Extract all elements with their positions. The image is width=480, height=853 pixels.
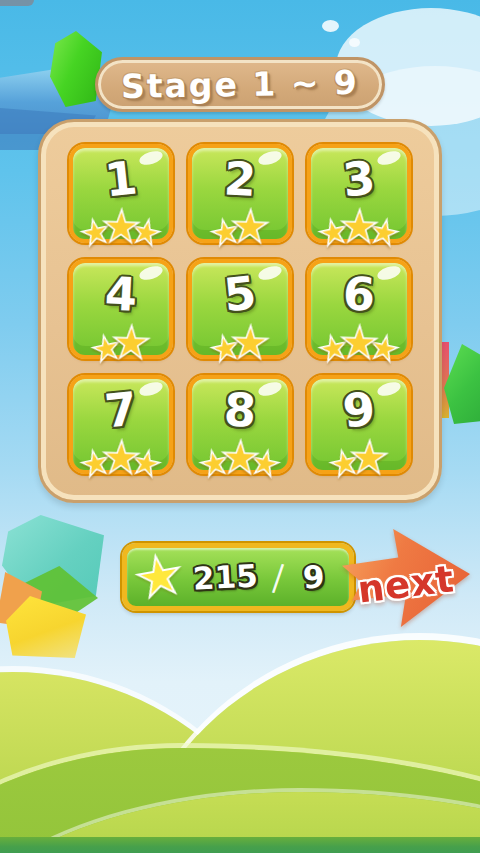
star-rating: ★★: [192, 204, 288, 249]
level-2-button[interactable]: 2★★: [188, 144, 292, 243]
level-number: 8: [191, 382, 290, 438]
ground-band: [0, 837, 480, 853]
level-8-button[interactable]: 8★★★: [188, 375, 292, 474]
level-4-button[interactable]: 4★★: [69, 259, 173, 358]
star-rating: ★★★: [73, 204, 169, 249]
stage-select-screen: Stage 1 ~ 9 1★★★2★★3★★★4★★5★★6★★★7★★★8★★…: [0, 0, 480, 853]
top-left-red-smudge: [0, 0, 34, 6]
star-rating: ★★★: [311, 320, 407, 365]
star-icon: ★: [100, 204, 142, 250]
cloud: [322, 20, 339, 32]
level-7-button[interactable]: 7★★★: [69, 375, 173, 474]
star-icon: ★: [131, 546, 188, 608]
level-panel: 1★★★2★★3★★★4★★5★★6★★★7★★★8★★★9★★: [38, 119, 442, 503]
level-number: 4: [72, 267, 171, 323]
next-button[interactable]: next: [342, 527, 470, 629]
score-total: 9: [302, 558, 325, 595]
level-number: 6: [310, 267, 409, 323]
level-6-button[interactable]: 6★★★: [307, 259, 411, 358]
score-separator: /: [272, 556, 285, 598]
score-bar: ★ 215 / 9: [122, 543, 354, 611]
star-rating: ★★: [311, 435, 407, 480]
star-icon: ★: [348, 434, 390, 480]
score-collected: 215: [193, 557, 260, 596]
star-icon: ★: [229, 319, 271, 365]
green-gem: [444, 344, 480, 424]
star-icon: ★: [229, 204, 271, 250]
level-1-button[interactable]: 1★★★: [69, 144, 173, 243]
star-icon: ★: [110, 319, 152, 365]
stage-title-banner: Stage 1 ~ 9: [95, 57, 385, 112]
star-rating: ★★: [192, 320, 288, 365]
star-icon: ★: [100, 434, 142, 480]
cloud: [349, 38, 360, 47]
star-icon: ★: [338, 204, 380, 250]
star-rating: ★★: [73, 320, 169, 365]
level-3-button[interactable]: 3★★★: [307, 144, 411, 243]
star-rating: ★★★: [311, 204, 407, 249]
star-icon: ★: [338, 319, 380, 365]
star-rating: ★★★: [192, 435, 288, 480]
level-5-button[interactable]: 5★★: [188, 259, 292, 358]
star-rating: ★★★: [73, 435, 169, 480]
page-title: Stage 1 ~ 9: [121, 63, 360, 106]
level-9-button[interactable]: 9★★: [307, 375, 411, 474]
level-grid: 1★★★2★★3★★★4★★5★★6★★★7★★★8★★★9★★: [41, 122, 439, 500]
star-icon: ★: [219, 434, 261, 480]
